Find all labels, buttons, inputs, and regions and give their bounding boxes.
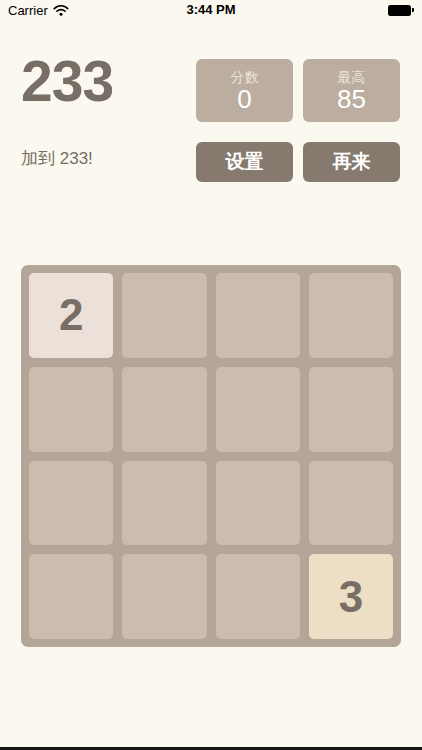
tile-2: 2 bbox=[29, 273, 113, 358]
best-score-value: 85 bbox=[337, 86, 366, 112]
score-value: 0 bbox=[237, 86, 251, 112]
empty-cell bbox=[122, 461, 206, 546]
score-box: 分数 0 bbox=[196, 59, 293, 122]
game-board[interactable]: 2 3 bbox=[21, 265, 401, 647]
battery-icon bbox=[388, 5, 414, 16]
best-score-box: 最高 85 bbox=[303, 59, 400, 122]
status-bar: Carrier 3:44 PM bbox=[0, 0, 422, 20]
empty-cell bbox=[29, 461, 113, 546]
empty-cell bbox=[216, 367, 300, 452]
status-time: 3:44 PM bbox=[186, 0, 235, 20]
goal-subtitle: 加到 233! bbox=[21, 147, 93, 170]
empty-cell bbox=[216, 273, 300, 358]
empty-cell bbox=[216, 461, 300, 546]
empty-cell bbox=[216, 554, 300, 639]
empty-cell bbox=[122, 273, 206, 358]
empty-cell bbox=[309, 367, 393, 452]
empty-cell bbox=[29, 367, 113, 452]
tile-3: 3 bbox=[309, 554, 393, 639]
best-score-label: 最高 bbox=[338, 70, 366, 84]
settings-button[interactable]: 设置 bbox=[196, 142, 293, 182]
empty-cell bbox=[309, 273, 393, 358]
empty-cell bbox=[309, 461, 393, 546]
carrier-label: Carrier bbox=[8, 3, 48, 18]
empty-cell bbox=[29, 554, 113, 639]
app-screen: Carrier 3:44 PM 233 加到 233! 分数 0 最高 85 设… bbox=[0, 0, 422, 750]
wifi-icon bbox=[53, 4, 69, 16]
retry-button[interactable]: 再来 bbox=[303, 142, 400, 182]
score-label: 分数 bbox=[231, 70, 259, 84]
empty-cell bbox=[122, 367, 206, 452]
empty-cell bbox=[122, 554, 206, 639]
page-title: 233 bbox=[21, 52, 113, 112]
